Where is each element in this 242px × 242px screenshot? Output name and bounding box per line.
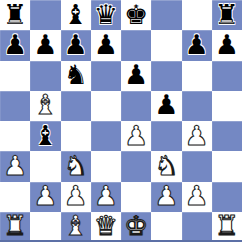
square-h4[interactable]: [212, 121, 242, 151]
square-e1[interactable]: ♚: [121, 212, 151, 242]
square-f3[interactable]: ♞: [151, 151, 181, 181]
white-pawn[interactable]: ♟: [3, 152, 27, 179]
white-pawn[interactable]: ♟: [33, 182, 57, 209]
square-h7[interactable]: ♟: [212, 30, 242, 60]
black-pawn[interactable]: ♟: [124, 61, 148, 88]
square-c7[interactable]: ♟: [61, 30, 91, 60]
square-a3[interactable]: ♟: [0, 151, 30, 181]
square-f8[interactable]: [151, 0, 181, 30]
square-f4[interactable]: [151, 121, 181, 151]
square-h6[interactable]: [212, 61, 242, 91]
square-f6[interactable]: [151, 61, 181, 91]
black-bishop[interactable]: ♝: [64, 1, 88, 28]
square-e8[interactable]: ♚: [121, 0, 151, 30]
square-h8[interactable]: ♜: [212, 0, 242, 30]
square-c1[interactable]: ♝: [61, 212, 91, 242]
square-a1[interactable]: ♜: [0, 212, 30, 242]
square-d8[interactable]: ♛: [91, 0, 121, 30]
square-c2[interactable]: ♟: [61, 182, 91, 212]
square-c3[interactable]: ♞: [61, 151, 91, 181]
square-e7[interactable]: [121, 30, 151, 60]
black-queen[interactable]: ♛: [94, 1, 118, 28]
square-a4[interactable]: [0, 121, 30, 151]
square-g7[interactable]: ♟: [182, 30, 212, 60]
white-knight[interactable]: ♞: [154, 152, 178, 179]
white-bishop[interactable]: ♝: [64, 212, 88, 239]
square-b8[interactable]: [30, 0, 60, 30]
square-h5[interactable]: [212, 91, 242, 121]
white-pawn[interactable]: ♟: [94, 182, 118, 209]
square-g4[interactable]: ♟: [182, 121, 212, 151]
black-rook[interactable]: ♜: [3, 1, 27, 28]
white-knight[interactable]: ♞: [64, 152, 88, 179]
square-g6[interactable]: [182, 61, 212, 91]
square-f2[interactable]: ♟: [151, 182, 181, 212]
square-d4[interactable]: [91, 121, 121, 151]
black-bishop[interactable]: ♝: [33, 122, 57, 149]
square-g2[interactable]: ♟: [182, 182, 212, 212]
white-rook[interactable]: ♜: [3, 212, 27, 239]
black-pawn[interactable]: ♟: [154, 91, 178, 118]
square-b6[interactable]: [30, 61, 60, 91]
square-b3[interactable]: [30, 151, 60, 181]
square-e2[interactable]: [121, 182, 151, 212]
square-a7[interactable]: ♟: [0, 30, 30, 60]
square-d3[interactable]: [91, 151, 121, 181]
square-h2[interactable]: [212, 182, 242, 212]
white-pawn[interactable]: ♟: [154, 182, 178, 209]
square-h3[interactable]: [212, 151, 242, 181]
white-pawn[interactable]: ♟: [185, 122, 209, 149]
square-c6[interactable]: ♞: [61, 61, 91, 91]
square-f7[interactable]: [151, 30, 181, 60]
white-pawn[interactable]: ♟: [124, 122, 148, 149]
white-rook[interactable]: ♜: [215, 212, 239, 239]
square-d7[interactable]: ♟: [91, 30, 121, 60]
square-e6[interactable]: ♟: [121, 61, 151, 91]
square-f5[interactable]: ♟: [151, 91, 181, 121]
square-b7[interactable]: ♟: [30, 30, 60, 60]
square-d5[interactable]: [91, 91, 121, 121]
square-d2[interactable]: ♟: [91, 182, 121, 212]
chess-board: ♜♝♛♚♜♟♟♟♟♟♟♞♟♝♟♝♟♟♟♞♞♟♟♟♟♟♜♝♛♚♜: [0, 0, 242, 242]
square-a2[interactable]: [0, 182, 30, 212]
chess-board-container: ♜♝♛♚♜♟♟♟♟♟♟♞♟♝♟♝♟♟♟♞♞♟♟♟♟♟♜♝♛♚♜: [0, 0, 242, 242]
square-g1[interactable]: [182, 212, 212, 242]
square-a6[interactable]: [0, 61, 30, 91]
square-e5[interactable]: [121, 91, 151, 121]
white-pawn[interactable]: ♟: [64, 182, 88, 209]
square-a5[interactable]: [0, 91, 30, 121]
black-pawn[interactable]: ♟: [185, 31, 209, 58]
square-d6[interactable]: [91, 61, 121, 91]
square-c4[interactable]: [61, 121, 91, 151]
black-knight[interactable]: ♞: [64, 61, 88, 88]
square-c5[interactable]: [61, 91, 91, 121]
square-b2[interactable]: ♟: [30, 182, 60, 212]
square-a8[interactable]: ♜: [0, 0, 30, 30]
square-g3[interactable]: [182, 151, 212, 181]
square-g8[interactable]: [182, 0, 212, 30]
black-rook[interactable]: ♜: [215, 1, 239, 28]
black-king[interactable]: ♚: [124, 1, 148, 28]
square-b1[interactable]: [30, 212, 60, 242]
black-pawn[interactable]: ♟: [33, 31, 57, 58]
black-pawn[interactable]: ♟: [3, 31, 27, 58]
white-queen[interactable]: ♛: [94, 212, 118, 239]
square-h1[interactable]: ♜: [212, 212, 242, 242]
white-king[interactable]: ♚: [124, 212, 148, 239]
square-e4[interactable]: ♟: [121, 121, 151, 151]
square-b4[interactable]: ♝: [30, 121, 60, 151]
white-pawn[interactable]: ♟: [185, 182, 209, 209]
square-c8[interactable]: ♝: [61, 0, 91, 30]
black-pawn[interactable]: ♟: [64, 31, 88, 58]
black-pawn[interactable]: ♟: [215, 31, 239, 58]
white-bishop[interactable]: ♝: [33, 91, 57, 118]
square-g5[interactable]: [182, 91, 212, 121]
square-b5[interactable]: ♝: [30, 91, 60, 121]
square-f1[interactable]: [151, 212, 181, 242]
black-pawn[interactable]: ♟: [94, 31, 118, 58]
square-e3[interactable]: [121, 151, 151, 181]
square-d1[interactable]: ♛: [91, 212, 121, 242]
